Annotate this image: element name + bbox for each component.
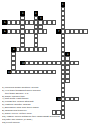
grid-cell[interactable] <box>43 29 48 34</box>
clue-line: 12)Quiet corner <box>2 121 62 124</box>
cell-number: 4 <box>40 17 41 19</box>
grid-cell[interactable] <box>52 70 57 75</box>
cell-number: 2 <box>22 12 23 14</box>
cell-number: 5 <box>4 21 5 23</box>
grid-cell[interactable] <box>74 61 79 66</box>
clue-text: Quiet corner <box>6 121 20 124</box>
crossword-diagram: 123456789101112 1)Morning paper section,… <box>0 0 90 127</box>
grid-cell[interactable] <box>65 79 70 84</box>
cell-number: 7 <box>58 30 59 32</box>
grid-cell[interactable] <box>52 20 57 25</box>
clue-list: 1)Morning paper section, briefly2)Old-ti… <box>2 86 62 126</box>
clue-list-inner: 1)Morning paper section, briefly2)Old-ti… <box>2 86 62 123</box>
cell-number: 6 <box>4 30 5 32</box>
cell-number: 8 <box>13 48 14 50</box>
grid-cell[interactable] <box>74 97 79 102</box>
grid-cell[interactable] <box>83 29 88 34</box>
cell-number: 9 <box>67 53 68 55</box>
cell-number: 3 <box>35 12 36 14</box>
grid-cell[interactable] <box>43 47 48 52</box>
cell-number: 1 <box>62 3 63 5</box>
